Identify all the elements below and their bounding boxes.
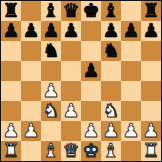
white-pawn[interactable]: ♟ [142,121,159,140]
square-h1[interactable]: ♜ [141,141,161,161]
white-pawn[interactable]: ♟ [82,121,99,140]
square-h2[interactable]: ♟ [141,121,161,141]
square-f3[interactable]: ♞ [101,101,121,121]
square-g4[interactable] [121,81,141,101]
square-d6[interactable] [61,41,81,61]
square-b3[interactable] [21,101,41,121]
square-e5[interactable]: ♟ [81,61,101,81]
white-rook[interactable]: ♜ [142,141,159,160]
white-pawn[interactable]: ♟ [2,121,19,140]
black-bishop[interactable]: ♝ [102,1,119,20]
white-bishop[interactable]: ♝ [42,141,59,160]
white-pawn[interactable]: ♟ [122,121,139,140]
square-a4[interactable] [1,81,21,101]
square-b7[interactable]: ♟ [21,21,41,41]
square-h3[interactable] [141,101,161,121]
square-b2[interactable]: ♟ [21,121,41,141]
white-knight[interactable]: ♞ [102,101,119,120]
square-e2[interactable]: ♟ [81,121,101,141]
black-king[interactable]: ♚ [82,1,99,20]
black-queen[interactable]: ♛ [62,1,79,20]
square-h6[interactable] [141,41,161,61]
square-a1[interactable]: ♜ [1,141,21,161]
square-c7[interactable]: ♟ [41,21,61,41]
square-d1[interactable]: ♛ [61,141,81,161]
square-d4[interactable] [61,81,81,101]
black-knight[interactable]: ♞ [42,41,59,60]
black-pawn[interactable]: ♟ [82,61,99,80]
square-b1[interactable] [21,141,41,161]
square-g7[interactable]: ♟ [121,21,141,41]
square-f4[interactable] [101,81,121,101]
square-g3[interactable] [121,101,141,121]
chess-board: ♜♝♛♚♝♜♟♟♟♟♟♟♟♞♞♟♟♞♟♞♟♟♟♟♟♟♜♝♛♚♝♜ [0,0,162,162]
white-queen[interactable]: ♛ [62,141,79,160]
square-f1[interactable]: ♝ [101,141,121,161]
white-pawn[interactable]: ♟ [42,81,59,100]
square-e3[interactable] [81,101,101,121]
square-c6[interactable]: ♞ [41,41,61,61]
square-f2[interactable]: ♟ [101,121,121,141]
white-king[interactable]: ♚ [82,141,99,160]
square-h7[interactable]: ♟ [141,21,161,41]
square-d2[interactable] [61,121,81,141]
square-h5[interactable] [141,61,161,81]
black-rook[interactable]: ♜ [2,1,19,20]
white-rook[interactable]: ♜ [2,141,19,160]
square-e7[interactable] [81,21,101,41]
square-d5[interactable] [61,61,81,81]
white-knight[interactable]: ♞ [42,101,59,120]
square-a6[interactable] [1,41,21,61]
black-pawn[interactable]: ♟ [62,21,79,40]
square-c1[interactable]: ♝ [41,141,61,161]
square-c2[interactable] [41,121,61,141]
square-f8[interactable]: ♝ [101,1,121,21]
square-b8[interactable] [21,1,41,21]
square-h8[interactable]: ♜ [141,1,161,21]
square-g5[interactable] [121,61,141,81]
black-pawn[interactable]: ♟ [122,21,139,40]
square-g1[interactable] [121,141,141,161]
black-rook[interactable]: ♜ [142,1,159,20]
square-g6[interactable] [121,41,141,61]
black-knight[interactable]: ♞ [102,41,119,60]
black-pawn[interactable]: ♟ [102,21,119,40]
square-a7[interactable]: ♟ [1,21,21,41]
square-e1[interactable]: ♚ [81,141,101,161]
white-pawn[interactable]: ♟ [62,101,79,120]
square-g8[interactable] [121,1,141,21]
white-pawn[interactable]: ♟ [102,121,119,140]
black-pawn[interactable]: ♟ [2,21,19,40]
square-h4[interactable] [141,81,161,101]
square-e8[interactable]: ♚ [81,1,101,21]
black-pawn[interactable]: ♟ [142,21,159,40]
square-c3[interactable]: ♞ [41,101,61,121]
square-d8[interactable]: ♛ [61,1,81,21]
square-b5[interactable] [21,61,41,81]
square-c5[interactable] [41,61,61,81]
black-pawn[interactable]: ♟ [22,21,39,40]
square-b4[interactable] [21,81,41,101]
square-a5[interactable] [1,61,21,81]
white-bishop[interactable]: ♝ [102,141,119,160]
white-pawn[interactable]: ♟ [22,121,39,140]
square-a8[interactable]: ♜ [1,1,21,21]
square-d7[interactable]: ♟ [61,21,81,41]
square-e6[interactable] [81,41,101,61]
black-pawn[interactable]: ♟ [42,21,59,40]
square-a2[interactable]: ♟ [1,121,21,141]
square-g2[interactable]: ♟ [121,121,141,141]
square-a3[interactable] [1,101,21,121]
square-f6[interactable]: ♞ [101,41,121,61]
square-c8[interactable]: ♝ [41,1,61,21]
square-b6[interactable] [21,41,41,61]
square-f5[interactable] [101,61,121,81]
square-c4[interactable]: ♟ [41,81,61,101]
square-e4[interactable] [81,81,101,101]
black-bishop[interactable]: ♝ [42,1,59,20]
square-d3[interactable]: ♟ [61,101,81,121]
square-f7[interactable]: ♟ [101,21,121,41]
